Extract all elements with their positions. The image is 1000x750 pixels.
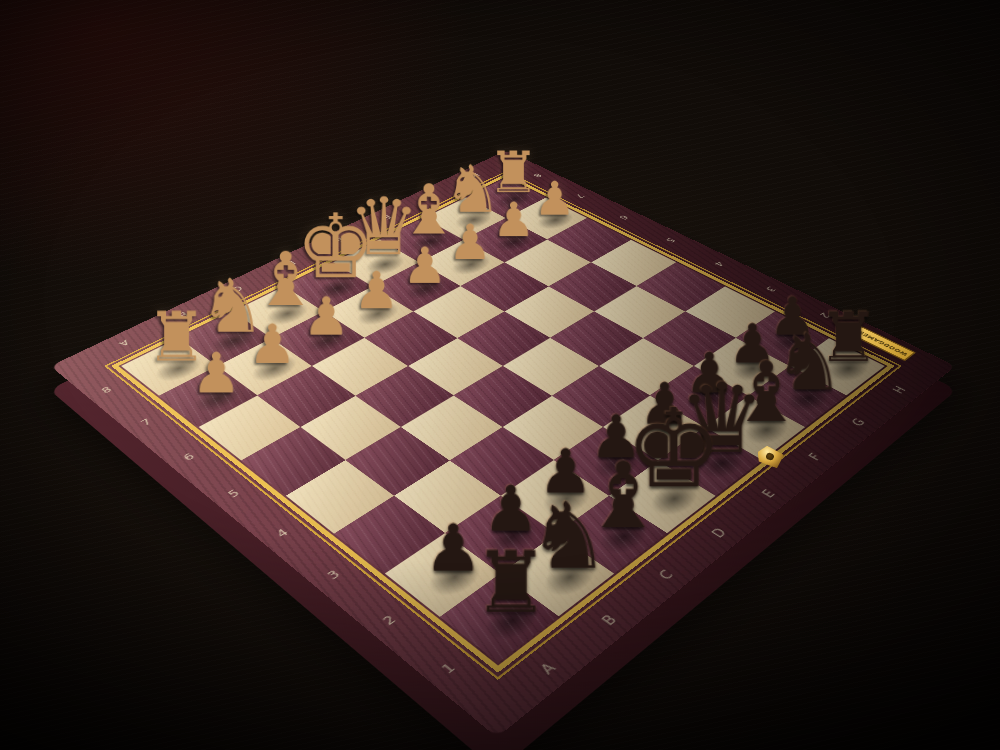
piece-white-pawn: ♟ xyxy=(248,317,297,371)
perspective-container: ABCDEFGH ABCDEFGH 87654321 87654321 ♜♞♝♚… xyxy=(0,0,1000,750)
board-surface: ABCDEFGH ABCDEFGH 87654321 87654321 ♜♞♝♚… xyxy=(50,150,955,737)
piece-white-pawn: ♟ xyxy=(354,265,400,316)
piece-white-pawn: ♟ xyxy=(302,291,349,344)
piece-white-pawn: ♟ xyxy=(448,218,492,267)
chess-board: ABCDEFGH ABCDEFGH 87654321 87654321 ♜♞♝♚… xyxy=(50,150,955,737)
square-f4 xyxy=(550,311,643,366)
gold-frame-inner: ♜♞♝♚♛♝♞♜♟♟♟♟♟♟♟♟♟♟♟♟♟♟♟♟♜♞♝♚♛♝♞♜ xyxy=(111,174,894,673)
piece-white-pawn: ♟ xyxy=(402,241,447,291)
piece-black-rook: ♜ xyxy=(473,540,549,625)
piece-white-pawn: ♟ xyxy=(492,196,535,244)
piece-white-pawn: ♟ xyxy=(191,346,241,402)
board-grid: ♜♞♝♚♛♝♞♜♟♟♟♟♟♟♟♟♟♟♟♟♟♟♟♟♜♞♝♚♛♝♞♜ xyxy=(121,178,885,663)
photo-scene: ABCDEFGH ABCDEFGH 87654321 87654321 ♜♞♝♚… xyxy=(0,0,1000,750)
gold-frame-outer: ♜♞♝♚♛♝♞♜♟♟♟♟♟♟♟♟♟♟♟♟♟♟♟♟♜♞♝♚♛♝♞♜ xyxy=(104,171,902,680)
